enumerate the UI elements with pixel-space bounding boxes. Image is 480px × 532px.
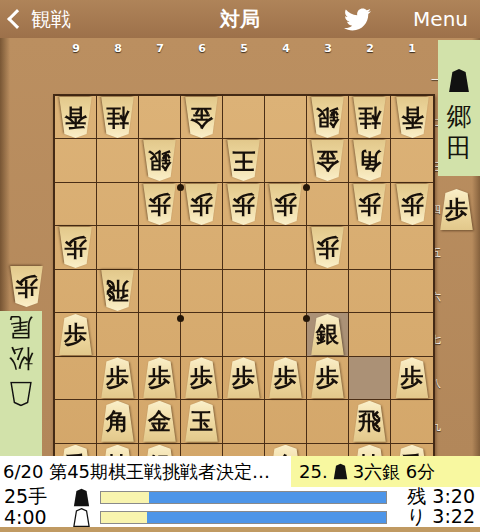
- board-cell[interactable]: [97, 139, 139, 182]
- gote-time-bar: [100, 511, 387, 524]
- sente-player-name: 郷田: [446, 101, 473, 164]
- board-cell[interactable]: [181, 270, 223, 313]
- shogi-piece[interactable]: 金: [183, 97, 220, 138]
- board-cell[interactable]: [55, 400, 97, 443]
- star-point: [303, 315, 310, 322]
- board-cell[interactable]: [265, 226, 307, 269]
- board-grid: 香桂金銀桂香銀王金角歩歩歩歩歩歩歩歩飛歩銀歩歩歩歩歩歩歩角金玉飛香桂銀金桂香: [53, 94, 435, 489]
- board-cell[interactable]: 歩: [307, 357, 349, 400]
- event-title[interactable]: 6/20 第45期棋王戦挑戦者決定…: [0, 456, 291, 487]
- star-point: [177, 184, 184, 191]
- board-cell[interactable]: 金: [139, 400, 181, 443]
- sente-piece-icon: [448, 68, 470, 93]
- board-cell[interactable]: 桂: [97, 96, 139, 139]
- sente-move-piece-icon: [333, 463, 348, 480]
- board-cell[interactable]: [55, 270, 97, 313]
- board-cell[interactable]: [265, 270, 307, 313]
- file-label: 7: [139, 42, 181, 55]
- file-label: 9: [55, 42, 97, 55]
- shogi-piece[interactable]: 歩: [99, 357, 136, 398]
- shogi-piece[interactable]: 歩: [57, 227, 94, 268]
- shogi-piece[interactable]: 歩: [141, 184, 178, 225]
- board-cell[interactable]: [97, 183, 139, 226]
- gote-player-panel: 松尾: [0, 311, 42, 456]
- board-cell[interactable]: 香: [391, 96, 433, 139]
- board-cell[interactable]: 飛: [349, 400, 391, 443]
- board-cell[interactable]: 歩: [139, 357, 181, 400]
- shogi-piece[interactable]: 金: [309, 140, 346, 181]
- board-cell[interactable]: 歩: [391, 357, 433, 400]
- board-cell[interactable]: [307, 183, 349, 226]
- shogi-piece[interactable]: 歩: [267, 184, 304, 225]
- sente-player-panel: 郷田: [438, 40, 480, 176]
- board-cell[interactable]: [349, 270, 391, 313]
- file-label: 5: [223, 42, 265, 55]
- board-cell[interactable]: 金: [181, 96, 223, 139]
- file-label: 6: [181, 42, 223, 55]
- board-cell[interactable]: [223, 226, 265, 269]
- info-bar: 6/20 第45期棋王戦挑戦者決定… 25. 3六銀 6分: [0, 456, 480, 487]
- app: 観戦 対局 Menu 987654321 一二三四五六七八九 香桂金銀桂香銀王金…: [0, 0, 480, 532]
- file-label: 4: [265, 42, 307, 55]
- shogi-piece[interactable]: 銀: [309, 97, 346, 138]
- page-title: 対局: [0, 0, 480, 38]
- time-control: 4:00: [0, 506, 62, 528]
- board-cell[interactable]: [391, 313, 433, 356]
- board-cell[interactable]: 歩: [349, 183, 391, 226]
- shogi-piece[interactable]: 金: [141, 401, 178, 442]
- board-cell[interactable]: [181, 226, 223, 269]
- board-cell[interactable]: [307, 270, 349, 313]
- board-cell[interactable]: 玉: [181, 400, 223, 443]
- shogi-piece[interactable]: 桂: [99, 97, 136, 138]
- twitter-bird-icon[interactable]: [344, 6, 371, 33]
- shogi-piece[interactable]: 角: [351, 140, 388, 181]
- shogi-piece[interactable]: 歩: [394, 357, 431, 398]
- board-cell[interactable]: 金: [307, 139, 349, 182]
- board-cell[interactable]: [181, 313, 223, 356]
- file-label: 8: [97, 42, 139, 55]
- board-cell[interactable]: [307, 400, 349, 443]
- board-cell[interactable]: [55, 183, 97, 226]
- board-cell[interactable]: 歩: [97, 357, 139, 400]
- board-cell[interactable]: [391, 226, 433, 269]
- shogi-piece[interactable]: 桂: [351, 97, 388, 138]
- board-area: 987654321 一二三四五六七八九 香桂金銀桂香銀王金角歩歩歩歩歩歩歩歩飛歩…: [0, 38, 480, 456]
- board-cell[interactable]: 歩: [391, 183, 433, 226]
- board-cell[interactable]: [349, 226, 391, 269]
- shogi-piece[interactable]: 王: [225, 140, 262, 181]
- board-cell[interactable]: [139, 226, 181, 269]
- board-cell[interactable]: 銀: [307, 96, 349, 139]
- board-cell[interactable]: [181, 139, 223, 182]
- board-cell[interactable]: [265, 313, 307, 356]
- board-cell[interactable]: 桂: [349, 96, 391, 139]
- board-cell[interactable]: 銀: [139, 139, 181, 182]
- board-cell[interactable]: 歩: [265, 183, 307, 226]
- shogi-piece[interactable]: 歩: [183, 184, 220, 225]
- board-cell[interactable]: [349, 313, 391, 356]
- shogi-piece[interactable]: 歩: [351, 184, 388, 225]
- file-label: 1: [391, 42, 433, 55]
- shogi-piece[interactable]: 歩: [309, 357, 346, 398]
- board-cell[interactable]: 角: [349, 139, 391, 182]
- menu-button[interactable]: Menu: [413, 0, 468, 38]
- shogi-piece[interactable]: 歩: [309, 227, 346, 268]
- shogi-piece[interactable]: 歩: [225, 184, 262, 225]
- board-cell[interactable]: 飛: [97, 270, 139, 313]
- shogi-piece[interactable]: 銀: [309, 314, 346, 355]
- board-cell[interactable]: 角: [97, 400, 139, 443]
- board-cell[interactable]: [391, 400, 433, 443]
- board-cell[interactable]: [139, 270, 181, 313]
- board-cell[interactable]: 歩: [223, 357, 265, 400]
- board-cell[interactable]: [391, 139, 433, 182]
- board-cell[interactable]: [97, 226, 139, 269]
- shogi-piece[interactable]: 歩: [225, 357, 262, 398]
- shogi-piece[interactable]: 香: [394, 97, 431, 138]
- board-cell[interactable]: 銀: [307, 313, 349, 356]
- file-label: 2: [349, 42, 391, 55]
- clock-area: 25手 残 3:20 4:00: [0, 487, 480, 527]
- board-cell[interactable]: [97, 313, 139, 356]
- board-cell[interactable]: 歩: [307, 226, 349, 269]
- sente-used-bar: [101, 492, 149, 503]
- shogi-piece[interactable]: 銀: [141, 140, 178, 181]
- board-cell[interactable]: [55, 357, 97, 400]
- last-move-display[interactable]: 25. 3六銀 6分: [291, 456, 480, 487]
- board-cell[interactable]: [139, 96, 181, 139]
- board-cell[interactable]: [223, 313, 265, 356]
- gote-player-name: 松尾: [8, 311, 35, 374]
- gote-piece-icon: [10, 382, 32, 407]
- shogi-piece[interactable]: 歩: [141, 357, 178, 398]
- board-cell[interactable]: 王: [223, 139, 265, 182]
- board-cell[interactable]: 歩: [55, 226, 97, 269]
- sente-clock-piece-icon: [73, 488, 90, 507]
- board-cell[interactable]: [223, 400, 265, 443]
- board-cell[interactable]: [223, 270, 265, 313]
- shogi-piece[interactable]: 飛: [351, 401, 388, 442]
- top-bar: 観戦 対局 Menu: [0, 0, 480, 39]
- gote-clock-piece-icon: [73, 508, 90, 527]
- board-cell[interactable]: 歩: [265, 357, 307, 400]
- file-label: 3: [307, 42, 349, 55]
- star-point: [303, 184, 310, 191]
- board-cell[interactable]: [139, 313, 181, 356]
- board-cell[interactable]: [55, 139, 97, 182]
- shogi-piece[interactable]: 歩: [438, 189, 475, 230]
- board-cell[interactable]: [391, 270, 433, 313]
- gote-clock-row: 4:00 り 3:22: [0, 507, 480, 527]
- board-cell[interactable]: [265, 400, 307, 443]
- board-cell[interactable]: 歩: [139, 183, 181, 226]
- gote-used-bar: [101, 512, 147, 523]
- shogi-piece[interactable]: 歩: [57, 314, 94, 355]
- board-cell[interactable]: [349, 357, 391, 400]
- board-cell[interactable]: [223, 96, 265, 139]
- move-number: 25.: [299, 461, 328, 482]
- board-cell[interactable]: 歩: [181, 183, 223, 226]
- board-cell[interactable]: 歩: [55, 313, 97, 356]
- board-cell[interactable]: 香: [55, 96, 97, 139]
- board-cell[interactable]: 歩: [181, 357, 223, 400]
- star-point: [177, 315, 184, 322]
- shogi-piece[interactable]: 歩: [8, 266, 45, 307]
- shogi-piece[interactable]: 歩: [183, 357, 220, 398]
- shogi-piece[interactable]: 歩: [394, 184, 431, 225]
- move-text: 3六銀 6分: [353, 460, 436, 484]
- shogi-piece[interactable]: 玉: [183, 401, 220, 442]
- file-labels: 987654321: [55, 42, 433, 55]
- shogi-piece[interactable]: 角: [99, 401, 136, 442]
- board-cell[interactable]: [265, 96, 307, 139]
- board-cell[interactable]: 歩: [223, 183, 265, 226]
- bottom-strip: [0, 527, 480, 532]
- sente-time-bar: [100, 491, 387, 504]
- board-cell[interactable]: [265, 139, 307, 182]
- shogi-piece[interactable]: 歩: [267, 357, 304, 398]
- shogi-piece[interactable]: 飛: [99, 270, 136, 311]
- shogi-piece[interactable]: 香: [57, 97, 94, 138]
